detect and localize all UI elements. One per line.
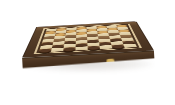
square-h1 — [123, 44, 137, 48]
square-c1[interactable]: ● — [63, 47, 75, 51]
checkers-set: ●●●●●●●●●●●●●●●●●●●●●●●● — [12, 10, 166, 98]
board-grid: ●●●●●●●●●●●●●●●●●●●●●●●● — [39, 25, 137, 53]
dark-man[interactable]: ● — [63, 47, 76, 51]
square-f1 — [100, 45, 113, 49]
square-d1 — [75, 46, 87, 50]
board-inlay-border: ●●●●●●●●●●●●●●●●●●●●●●●● — [34, 24, 142, 55]
brass-clasp-icon — [107, 58, 116, 69]
dark-man[interactable]: ● — [87, 45, 100, 49]
square-b1 — [51, 48, 64, 52]
product-photo-scene: ●●●●●●●●●●●●●●●●●●●●●●●● — [0, 0, 175, 105]
square-e1[interactable]: ● — [88, 46, 100, 50]
